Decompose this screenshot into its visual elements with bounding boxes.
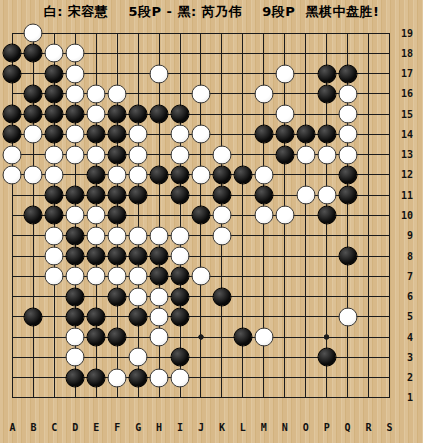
intersection-A8[interactable]: [2, 246, 23, 266]
intersection-I11[interactable]: [170, 185, 191, 205]
intersection-N8[interactable]: [274, 246, 295, 266]
intersection-F6[interactable]: [107, 286, 128, 306]
intersection-F5[interactable]: [107, 307, 128, 327]
intersection-O1[interactable]: [295, 388, 316, 408]
intersection-M18[interactable]: [253, 43, 274, 63]
intersection-M2[interactable]: [253, 367, 274, 387]
intersection-H1[interactable]: [149, 388, 170, 408]
intersection-K8[interactable]: [211, 246, 232, 266]
intersection-Q19[interactable]: [337, 23, 358, 43]
intersection-F17[interactable]: [107, 64, 128, 84]
intersection-R19[interactable]: [358, 23, 379, 43]
intersection-A18[interactable]: [2, 43, 23, 63]
intersection-D9[interactable]: [65, 226, 86, 246]
intersection-B6[interactable]: [23, 286, 44, 306]
intersection-M15[interactable]: [253, 104, 274, 124]
intersection-D2[interactable]: [65, 367, 86, 387]
intersection-E13[interactable]: [86, 145, 107, 165]
intersection-N3[interactable]: [274, 347, 295, 367]
intersection-Q6[interactable]: [337, 286, 358, 306]
intersection-D12[interactable]: [65, 165, 86, 185]
intersection-K1[interactable]: [211, 388, 232, 408]
intersection-N5[interactable]: [274, 307, 295, 327]
intersection-N13[interactable]: [274, 145, 295, 165]
intersection-K18[interactable]: [211, 43, 232, 63]
intersection-B12[interactable]: [23, 165, 44, 185]
intersection-P9[interactable]: [316, 226, 337, 246]
intersection-Q4[interactable]: [337, 327, 358, 347]
intersection-H15[interactable]: [149, 104, 170, 124]
intersection-K17[interactable]: [211, 64, 232, 84]
intersection-R17[interactable]: [358, 64, 379, 84]
intersection-B1[interactable]: [23, 388, 44, 408]
intersection-A13[interactable]: [2, 145, 23, 165]
intersection-L2[interactable]: [232, 367, 253, 387]
intersection-R6[interactable]: [358, 286, 379, 306]
intersection-D4[interactable]: [65, 327, 86, 347]
intersection-N17[interactable]: [274, 64, 295, 84]
intersection-P10[interactable]: [316, 205, 337, 225]
intersection-K11[interactable]: [211, 185, 232, 205]
intersection-R15[interactable]: [358, 104, 379, 124]
intersection-G6[interactable]: [128, 286, 149, 306]
intersection-Q14[interactable]: [337, 124, 358, 144]
intersection-K5[interactable]: [211, 307, 232, 327]
intersection-N15[interactable]: [274, 104, 295, 124]
intersection-O8[interactable]: [295, 246, 316, 266]
intersection-K7[interactable]: [211, 266, 232, 286]
intersection-D8[interactable]: [65, 246, 86, 266]
intersection-L4[interactable]: [232, 327, 253, 347]
intersection-J16[interactable]: [191, 84, 212, 104]
intersection-K10[interactable]: [211, 205, 232, 225]
intersection-I8[interactable]: [170, 246, 191, 266]
intersection-B17[interactable]: [23, 64, 44, 84]
intersection-D19[interactable]: [65, 23, 86, 43]
intersection-Q16[interactable]: [337, 84, 358, 104]
intersection-F1[interactable]: [107, 388, 128, 408]
intersection-R10[interactable]: [358, 205, 379, 225]
intersection-A14[interactable]: [2, 124, 23, 144]
intersection-N11[interactable]: [274, 185, 295, 205]
intersection-C9[interactable]: [44, 226, 65, 246]
intersection-E6[interactable]: [86, 286, 107, 306]
intersection-L8[interactable]: [232, 246, 253, 266]
intersection-M6[interactable]: [253, 286, 274, 306]
intersection-J11[interactable]: [191, 185, 212, 205]
intersection-E16[interactable]: [86, 84, 107, 104]
intersection-E11[interactable]: [86, 185, 107, 205]
intersection-B19[interactable]: [23, 23, 44, 43]
intersection-J3[interactable]: [191, 347, 212, 367]
intersection-M8[interactable]: [253, 246, 274, 266]
intersection-O2[interactable]: [295, 367, 316, 387]
intersection-B9[interactable]: [23, 226, 44, 246]
intersection-H6[interactable]: [149, 286, 170, 306]
intersection-Q18[interactable]: [337, 43, 358, 63]
intersection-N1[interactable]: [274, 388, 295, 408]
intersection-D15[interactable]: [65, 104, 86, 124]
intersection-I7[interactable]: [170, 266, 191, 286]
intersection-N4[interactable]: [274, 327, 295, 347]
intersection-P14[interactable]: [316, 124, 337, 144]
intersection-A1[interactable]: [2, 388, 23, 408]
intersection-J9[interactable]: [191, 226, 212, 246]
intersection-D18[interactable]: [65, 43, 86, 63]
intersection-I9[interactable]: [170, 226, 191, 246]
intersection-G18[interactable]: [128, 43, 149, 63]
intersection-P12[interactable]: [316, 165, 337, 185]
intersection-P16[interactable]: [316, 84, 337, 104]
intersection-A9[interactable]: [2, 226, 23, 246]
intersection-C2[interactable]: [44, 367, 65, 387]
intersection-F3[interactable]: [107, 347, 128, 367]
intersection-F10[interactable]: [107, 205, 128, 225]
intersection-L5[interactable]: [232, 307, 253, 327]
intersection-G1[interactable]: [128, 388, 149, 408]
intersection-E1[interactable]: [86, 388, 107, 408]
intersection-A17[interactable]: [2, 64, 23, 84]
intersection-I5[interactable]: [170, 307, 191, 327]
intersection-M19[interactable]: [253, 23, 274, 43]
intersection-E4[interactable]: [86, 327, 107, 347]
intersection-C17[interactable]: [44, 64, 65, 84]
intersection-J1[interactable]: [191, 388, 212, 408]
intersection-F14[interactable]: [107, 124, 128, 144]
intersection-K12[interactable]: [211, 165, 232, 185]
intersection-P6[interactable]: [316, 286, 337, 306]
intersection-I17[interactable]: [170, 64, 191, 84]
intersection-H10[interactable]: [149, 205, 170, 225]
intersection-F19[interactable]: [107, 23, 128, 43]
intersection-F15[interactable]: [107, 104, 128, 124]
intersection-Q11[interactable]: [337, 185, 358, 205]
intersection-R2[interactable]: [358, 367, 379, 387]
intersection-N19[interactable]: [274, 23, 295, 43]
intersection-L1[interactable]: [232, 388, 253, 408]
intersection-O16[interactable]: [295, 84, 316, 104]
intersection-M7[interactable]: [253, 266, 274, 286]
intersection-O4[interactable]: [295, 327, 316, 347]
intersection-K2[interactable]: [211, 367, 232, 387]
intersection-G10[interactable]: [128, 205, 149, 225]
intersection-E8[interactable]: [86, 246, 107, 266]
intersection-L14[interactable]: [232, 124, 253, 144]
intersection-Q12[interactable]: [337, 165, 358, 185]
intersection-L6[interactable]: [232, 286, 253, 306]
intersection-J7[interactable]: [191, 266, 212, 286]
intersection-A12[interactable]: [2, 165, 23, 185]
intersection-E10[interactable]: [86, 205, 107, 225]
intersection-R5[interactable]: [358, 307, 379, 327]
intersection-I2[interactable]: [170, 367, 191, 387]
intersection-D5[interactable]: [65, 307, 86, 327]
intersection-F8[interactable]: [107, 246, 128, 266]
intersection-C13[interactable]: [44, 145, 65, 165]
intersection-P7[interactable]: [316, 266, 337, 286]
intersection-A5[interactable]: [2, 307, 23, 327]
intersection-J10[interactable]: [191, 205, 212, 225]
intersection-P13[interactable]: [316, 145, 337, 165]
intersection-G9[interactable]: [128, 226, 149, 246]
intersection-N2[interactable]: [274, 367, 295, 387]
intersection-M13[interactable]: [253, 145, 274, 165]
intersection-C18[interactable]: [44, 43, 65, 63]
intersection-R1[interactable]: [358, 388, 379, 408]
intersection-L17[interactable]: [232, 64, 253, 84]
intersection-M11[interactable]: [253, 185, 274, 205]
intersection-C19[interactable]: [44, 23, 65, 43]
intersection-L19[interactable]: [232, 23, 253, 43]
intersection-P1[interactable]: [316, 388, 337, 408]
intersection-I10[interactable]: [170, 205, 191, 225]
intersection-P18[interactable]: [316, 43, 337, 63]
intersection-C11[interactable]: [44, 185, 65, 205]
intersection-B8[interactable]: [23, 246, 44, 266]
intersection-B14[interactable]: [23, 124, 44, 144]
intersection-R11[interactable]: [358, 185, 379, 205]
intersection-E19[interactable]: [86, 23, 107, 43]
intersection-Q10[interactable]: [337, 205, 358, 225]
intersection-I12[interactable]: [170, 165, 191, 185]
intersection-O6[interactable]: [295, 286, 316, 306]
intersection-G14[interactable]: [128, 124, 149, 144]
intersection-B7[interactable]: [23, 266, 44, 286]
intersection-J14[interactable]: [191, 124, 212, 144]
intersection-E17[interactable]: [86, 64, 107, 84]
intersection-L12[interactable]: [232, 165, 253, 185]
intersection-O10[interactable]: [295, 205, 316, 225]
intersection-L10[interactable]: [232, 205, 253, 225]
intersection-A2[interactable]: [2, 367, 23, 387]
intersection-I1[interactable]: [170, 388, 191, 408]
intersection-H3[interactable]: [149, 347, 170, 367]
intersection-P5[interactable]: [316, 307, 337, 327]
intersection-Q9[interactable]: [337, 226, 358, 246]
intersection-O18[interactable]: [295, 43, 316, 63]
intersection-M3[interactable]: [253, 347, 274, 367]
intersection-C15[interactable]: [44, 104, 65, 124]
intersection-F12[interactable]: [107, 165, 128, 185]
intersection-C12[interactable]: [44, 165, 65, 185]
intersection-G5[interactable]: [128, 307, 149, 327]
intersection-C4[interactable]: [44, 327, 65, 347]
intersection-K4[interactable]: [211, 327, 232, 347]
intersection-M4[interactable]: [253, 327, 274, 347]
intersection-O14[interactable]: [295, 124, 316, 144]
intersection-K15[interactable]: [211, 104, 232, 124]
intersection-J12[interactable]: [191, 165, 212, 185]
intersection-D3[interactable]: [65, 347, 86, 367]
intersection-J4[interactable]: [191, 327, 212, 347]
intersection-E3[interactable]: [86, 347, 107, 367]
intersection-L9[interactable]: [232, 226, 253, 246]
intersection-O11[interactable]: [295, 185, 316, 205]
intersection-G11[interactable]: [128, 185, 149, 205]
intersection-R8[interactable]: [358, 246, 379, 266]
intersection-O13[interactable]: [295, 145, 316, 165]
intersection-O3[interactable]: [295, 347, 316, 367]
intersection-H17[interactable]: [149, 64, 170, 84]
intersection-O19[interactable]: [295, 23, 316, 43]
intersection-R4[interactable]: [358, 327, 379, 347]
intersection-E15[interactable]: [86, 104, 107, 124]
intersection-F18[interactable]: [107, 43, 128, 63]
intersection-E18[interactable]: [86, 43, 107, 63]
intersection-D6[interactable]: [65, 286, 86, 306]
intersection-G2[interactable]: [128, 367, 149, 387]
intersection-D10[interactable]: [65, 205, 86, 225]
intersection-A15[interactable]: [2, 104, 23, 124]
intersection-I3[interactable]: [170, 347, 191, 367]
intersection-M10[interactable]: [253, 205, 274, 225]
intersection-A16[interactable]: [2, 84, 23, 104]
intersection-J19[interactable]: [191, 23, 212, 43]
intersection-I15[interactable]: [170, 104, 191, 124]
intersection-I16[interactable]: [170, 84, 191, 104]
intersection-G15[interactable]: [128, 104, 149, 124]
intersection-A7[interactable]: [2, 266, 23, 286]
intersection-K9[interactable]: [211, 226, 232, 246]
intersection-C14[interactable]: [44, 124, 65, 144]
intersection-H19[interactable]: [149, 23, 170, 43]
intersection-D13[interactable]: [65, 145, 86, 165]
intersection-H7[interactable]: [149, 266, 170, 286]
intersection-F16[interactable]: [107, 84, 128, 104]
intersection-B15[interactable]: [23, 104, 44, 124]
intersection-B18[interactable]: [23, 43, 44, 63]
intersection-R13[interactable]: [358, 145, 379, 165]
intersection-N14[interactable]: [274, 124, 295, 144]
intersection-I4[interactable]: [170, 327, 191, 347]
intersection-Q5[interactable]: [337, 307, 358, 327]
intersection-F7[interactable]: [107, 266, 128, 286]
intersection-L3[interactable]: [232, 347, 253, 367]
intersection-E9[interactable]: [86, 226, 107, 246]
intersection-N10[interactable]: [274, 205, 295, 225]
intersection-B4[interactable]: [23, 327, 44, 347]
intersection-H16[interactable]: [149, 84, 170, 104]
intersection-J15[interactable]: [191, 104, 212, 124]
intersection-A10[interactable]: [2, 205, 23, 225]
intersection-P2[interactable]: [316, 367, 337, 387]
intersection-N16[interactable]: [274, 84, 295, 104]
intersection-A4[interactable]: [2, 327, 23, 347]
intersection-K3[interactable]: [211, 347, 232, 367]
intersection-B13[interactable]: [23, 145, 44, 165]
intersection-I13[interactable]: [170, 145, 191, 165]
intersection-D1[interactable]: [65, 388, 86, 408]
intersection-L16[interactable]: [232, 84, 253, 104]
intersection-H11[interactable]: [149, 185, 170, 205]
intersection-O17[interactable]: [295, 64, 316, 84]
intersection-M17[interactable]: [253, 64, 274, 84]
intersection-N6[interactable]: [274, 286, 295, 306]
intersection-Q15[interactable]: [337, 104, 358, 124]
intersection-E5[interactable]: [86, 307, 107, 327]
intersection-B2[interactable]: [23, 367, 44, 387]
intersection-B10[interactable]: [23, 205, 44, 225]
intersection-C10[interactable]: [44, 205, 65, 225]
intersection-K14[interactable]: [211, 124, 232, 144]
intersection-B5[interactable]: [23, 307, 44, 327]
intersection-K16[interactable]: [211, 84, 232, 104]
intersection-G13[interactable]: [128, 145, 149, 165]
intersection-E2[interactable]: [86, 367, 107, 387]
intersection-O7[interactable]: [295, 266, 316, 286]
intersection-N12[interactable]: [274, 165, 295, 185]
intersection-P19[interactable]: [316, 23, 337, 43]
intersection-B3[interactable]: [23, 347, 44, 367]
intersection-H18[interactable]: [149, 43, 170, 63]
intersection-G17[interactable]: [128, 64, 149, 84]
intersection-Q7[interactable]: [337, 266, 358, 286]
intersection-G7[interactable]: [128, 266, 149, 286]
intersection-M12[interactable]: [253, 165, 274, 185]
intersection-K19[interactable]: [211, 23, 232, 43]
intersection-R7[interactable]: [358, 266, 379, 286]
intersection-R9[interactable]: [358, 226, 379, 246]
intersection-O5[interactable]: [295, 307, 316, 327]
intersection-C7[interactable]: [44, 266, 65, 286]
intersection-R14[interactable]: [358, 124, 379, 144]
intersection-L7[interactable]: [232, 266, 253, 286]
intersection-Q8[interactable]: [337, 246, 358, 266]
intersection-D16[interactable]: [65, 84, 86, 104]
intersection-M5[interactable]: [253, 307, 274, 327]
intersection-C8[interactable]: [44, 246, 65, 266]
intersection-H5[interactable]: [149, 307, 170, 327]
intersection-E14[interactable]: [86, 124, 107, 144]
intersection-H14[interactable]: [149, 124, 170, 144]
intersection-R12[interactable]: [358, 165, 379, 185]
intersection-L15[interactable]: [232, 104, 253, 124]
intersection-O12[interactable]: [295, 165, 316, 185]
intersection-P3[interactable]: [316, 347, 337, 367]
intersection-C6[interactable]: [44, 286, 65, 306]
intersection-N18[interactable]: [274, 43, 295, 63]
intersection-C3[interactable]: [44, 347, 65, 367]
intersection-J6[interactable]: [191, 286, 212, 306]
intersection-A11[interactable]: [2, 185, 23, 205]
intersection-G12[interactable]: [128, 165, 149, 185]
intersection-C16[interactable]: [44, 84, 65, 104]
intersection-H2[interactable]: [149, 367, 170, 387]
intersection-P11[interactable]: [316, 185, 337, 205]
intersection-F2[interactable]: [107, 367, 128, 387]
intersection-J5[interactable]: [191, 307, 212, 327]
intersection-J2[interactable]: [191, 367, 212, 387]
intersection-M14[interactable]: [253, 124, 274, 144]
intersection-N9[interactable]: [274, 226, 295, 246]
intersection-F9[interactable]: [107, 226, 128, 246]
intersection-Q13[interactable]: [337, 145, 358, 165]
intersection-P8[interactable]: [316, 246, 337, 266]
intersection-C1[interactable]: [44, 388, 65, 408]
intersection-F11[interactable]: [107, 185, 128, 205]
intersection-I18[interactable]: [170, 43, 191, 63]
intersection-Q3[interactable]: [337, 347, 358, 367]
intersection-G8[interactable]: [128, 246, 149, 266]
intersection-P15[interactable]: [316, 104, 337, 124]
intersection-M16[interactable]: [253, 84, 274, 104]
intersection-A19[interactable]: [2, 23, 23, 43]
intersection-E7[interactable]: [86, 266, 107, 286]
intersection-G4[interactable]: [128, 327, 149, 347]
intersection-L11[interactable]: [232, 185, 253, 205]
intersection-H8[interactable]: [149, 246, 170, 266]
intersection-G3[interactable]: [128, 347, 149, 367]
